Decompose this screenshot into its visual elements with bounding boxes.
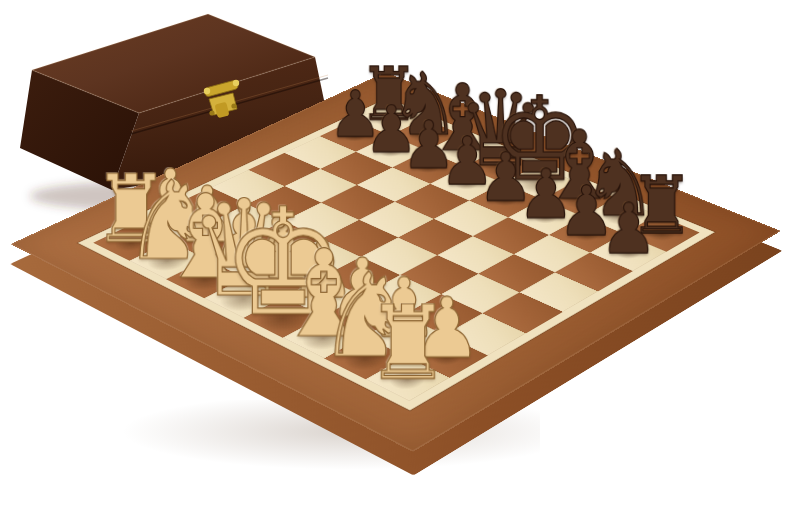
- piece-black-pawn-h7[interactable]: ♟: [554, 201, 703, 257]
- piece-white-rook-h1[interactable]: ♜: [327, 303, 489, 385]
- chess-set-photo: ♜♟♟♜♞♟♟♞♝♟♟♝♛♟♟♛♚♟♟♚♝♟♟♝♞♟♟♞♜♟♟♜: [0, 0, 800, 520]
- square-h1[interactable]: ♜: [366, 357, 449, 401]
